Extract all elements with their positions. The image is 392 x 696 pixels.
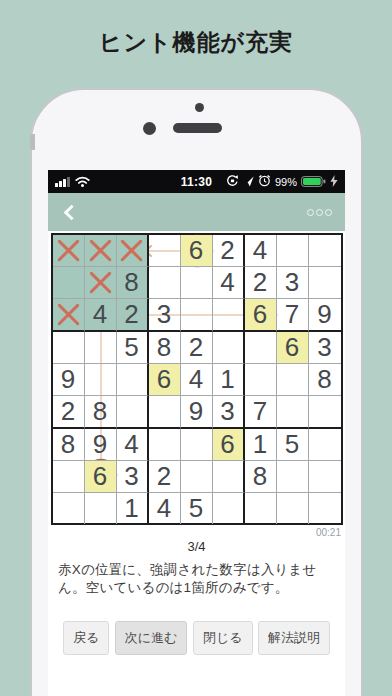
cell-r5c4[interactable]: 6 xyxy=(149,364,181,396)
solution-explanation-button[interactable]: 解法説明 xyxy=(258,621,330,655)
side-button xyxy=(30,134,35,150)
cell-digit: 9 xyxy=(317,299,331,330)
cell-r5c7[interactable] xyxy=(245,364,277,396)
cell-r8c4[interactable]: 2 xyxy=(149,461,181,493)
cell-r3c5[interactable] xyxy=(181,299,213,332)
cell-digit: 2 xyxy=(124,299,138,330)
cell-r6c4[interactable] xyxy=(149,396,181,429)
cell-r7c5[interactable] xyxy=(181,429,213,461)
cell-digit: 5 xyxy=(189,493,203,524)
cell-r6c7[interactable]: 7 xyxy=(245,396,277,429)
cell-r5c6[interactable]: 1 xyxy=(213,364,245,396)
back-button[interactable] xyxy=(64,204,80,220)
cell-r3c8[interactable]: 7 xyxy=(277,299,309,332)
cell-r8c8[interactable] xyxy=(277,461,309,493)
cell-r9c7[interactable] xyxy=(245,493,277,524)
charging-bolt-icon xyxy=(330,173,338,191)
cell-r9c3[interactable]: 1 xyxy=(117,493,149,524)
cell-r3c4[interactable]: 3 xyxy=(149,299,181,332)
cell-r3c1[interactable] xyxy=(53,299,85,332)
x-mark xyxy=(87,269,114,296)
close-button[interactable]: 閉じる xyxy=(193,621,253,655)
cell-r8c5[interactable] xyxy=(181,461,213,493)
cell-r6c6[interactable]: 3 xyxy=(213,396,245,429)
cell-digit: 6 xyxy=(157,364,171,395)
cell-r4c4[interactable]: 8 xyxy=(149,332,181,364)
cell-digit: 8 xyxy=(157,332,171,363)
cell-r3c9[interactable]: 9 xyxy=(309,299,341,332)
cell-r4c9[interactable]: 3 xyxy=(309,332,341,364)
sensor-dot xyxy=(195,103,204,112)
cell-r7c6[interactable]: 6 xyxy=(213,429,245,461)
cell-r8c7[interactable]: 8 xyxy=(245,461,277,493)
cell-r5c8[interactable] xyxy=(277,364,309,396)
cell-r6c3[interactable] xyxy=(117,396,149,429)
navbar xyxy=(48,193,345,231)
cell-digit: 9 xyxy=(189,396,203,427)
cell-digit: 3 xyxy=(220,396,234,427)
cell-digit: 3 xyxy=(317,332,331,363)
x-mark xyxy=(118,237,145,264)
cell-r8c2[interactable]: 6 xyxy=(85,461,117,493)
cell-r9c9[interactable] xyxy=(309,493,341,524)
cell-digit: 3 xyxy=(124,461,138,492)
cell-r2c1[interactable] xyxy=(53,267,85,299)
location-arrow-icon xyxy=(243,173,254,191)
cell-r4c7[interactable] xyxy=(245,332,277,364)
cell-digit: 8 xyxy=(61,429,75,460)
hint-step-counter: 3/4 xyxy=(48,539,345,554)
cell-r7c9[interactable] xyxy=(309,429,341,461)
cell-digit: 9 xyxy=(93,429,107,460)
cell-digit: 8 xyxy=(124,267,138,298)
page-title: ヒント機能が充実 xyxy=(0,0,392,58)
cell-digit: 6 xyxy=(253,299,267,330)
cell-r5c1[interactable]: 9 xyxy=(53,364,85,396)
cell-r2c8[interactable]: 3 xyxy=(277,267,309,299)
cell-digit: 8 xyxy=(93,396,107,427)
cell-r5c3[interactable] xyxy=(117,364,149,396)
status-bar: 11:30 xyxy=(48,170,345,193)
cell-r1c1[interactable] xyxy=(53,235,85,267)
cell-digit: 6 xyxy=(189,235,203,266)
cell-digit: 8 xyxy=(253,461,267,492)
cell-r1c5[interactable]: 6 xyxy=(181,235,213,267)
cell-r3c7[interactable]: 6 xyxy=(245,299,277,332)
cell-r7c4[interactable] xyxy=(149,429,181,461)
cell-digit: 1 xyxy=(253,429,267,460)
cell-digit: 3 xyxy=(157,299,171,330)
cell-r9c2[interactable] xyxy=(85,493,117,524)
cell-digit: 1 xyxy=(220,364,234,395)
cell-r4c3[interactable]: 5 xyxy=(117,332,149,364)
cell-r5c5[interactable]: 4 xyxy=(181,364,213,396)
cell-r9c5[interactable]: 5 xyxy=(181,493,213,524)
cell-r1c9[interactable] xyxy=(309,235,341,267)
cell-r7c8[interactable]: 5 xyxy=(277,429,309,461)
cell-r6c8[interactable] xyxy=(277,396,309,429)
cell-digit: 4 xyxy=(157,493,171,524)
cell-digit: 2 xyxy=(220,235,234,266)
cell-r9c1[interactable] xyxy=(53,493,85,524)
status-time: 11:30 xyxy=(181,175,213,189)
x-mark xyxy=(55,301,82,328)
cell-r1c2[interactable] xyxy=(85,235,117,267)
cell-digit: 5 xyxy=(124,332,138,363)
elapsed-timer: 00:21 xyxy=(48,525,345,538)
signal-icon xyxy=(55,177,70,187)
cell-r7c2[interactable]: 9 xyxy=(85,429,117,461)
cell-r1c7[interactable]: 4 xyxy=(245,235,277,267)
cell-r2c9[interactable] xyxy=(309,267,341,299)
sudoku-grid: 6248423423679582639641828937894615632814… xyxy=(51,233,343,525)
x-mark xyxy=(87,237,114,264)
cell-r7c1[interactable]: 8 xyxy=(53,429,85,461)
cell-r1c3[interactable] xyxy=(117,235,149,267)
cell-r6c2[interactable]: 8 xyxy=(85,396,117,429)
cell-digit: 2 xyxy=(253,267,267,298)
cell-digit: 6 xyxy=(220,429,234,460)
cell-digit: 3 xyxy=(285,267,299,298)
cell-r5c9[interactable]: 8 xyxy=(309,364,341,396)
cell-r3c3[interactable]: 2 xyxy=(117,299,149,332)
battery-icon xyxy=(301,173,326,191)
hint-buttons-row: 戻る 次に進む 閉じる 解法説明 xyxy=(48,621,345,655)
cell-digit: 9 xyxy=(61,364,75,395)
cell-r6c1[interactable]: 2 xyxy=(53,396,85,429)
rotation-lock-icon xyxy=(226,173,239,191)
cell-r2c7[interactable]: 2 xyxy=(245,267,277,299)
cell-r4c5[interactable]: 2 xyxy=(181,332,213,364)
cell-digit: 7 xyxy=(253,396,267,427)
app-screen: 11:30 xyxy=(48,170,345,696)
cell-digit: 2 xyxy=(157,461,171,492)
cell-digit: 4 xyxy=(220,267,234,298)
cell-r2c5[interactable] xyxy=(181,267,213,299)
cell-r1c6[interactable]: 2 xyxy=(213,235,245,267)
cell-r9c6[interactable] xyxy=(213,493,245,524)
cell-r6c5[interactable]: 9 xyxy=(181,396,213,429)
cell-r4c2[interactable] xyxy=(85,332,117,364)
cell-digit: 2 xyxy=(189,332,203,363)
cell-r3c6[interactable] xyxy=(213,299,245,332)
cell-digit: 4 xyxy=(189,364,203,395)
cell-r3c2[interactable]: 4 xyxy=(85,299,117,332)
earpiece-speaker xyxy=(173,123,222,133)
cell-r2c6[interactable]: 4 xyxy=(213,267,245,299)
phone-frame: 11:30 xyxy=(30,88,363,696)
cell-r4c8[interactable]: 6 xyxy=(277,332,309,364)
cell-digit: 4 xyxy=(253,235,267,266)
cell-r6c9[interactable] xyxy=(309,396,341,429)
menu-button[interactable] xyxy=(307,209,332,216)
cell-r2c3[interactable]: 8 xyxy=(117,267,149,299)
battery-percent: 99% xyxy=(275,176,297,188)
cell-digit: 4 xyxy=(93,299,107,330)
cell-digit: 5 xyxy=(285,429,299,460)
cell-r8c9[interactable] xyxy=(309,461,341,493)
cell-r4c6[interactable] xyxy=(213,332,245,364)
next-step-button[interactable]: 次に進む xyxy=(115,621,188,655)
front-camera xyxy=(143,122,156,135)
cell-digit: 2 xyxy=(61,396,75,427)
cell-r9c8[interactable] xyxy=(277,493,309,524)
hint-text: 赤Xの位置に、強調された数字は入りません。空いているのは1箇所のみです。 xyxy=(48,561,345,597)
cell-r1c4[interactable] xyxy=(149,235,181,267)
alarm-clock-icon xyxy=(258,173,271,191)
cell-digit: 1 xyxy=(124,493,138,524)
cell-digit: 7 xyxy=(285,299,299,330)
back-step-button[interactable]: 戻る xyxy=(63,621,109,655)
cell-r8c1[interactable] xyxy=(53,461,85,493)
cell-r4c1[interactable] xyxy=(53,332,85,364)
cell-r7c7[interactable]: 1 xyxy=(245,429,277,461)
wifi-icon xyxy=(75,173,90,191)
cell-r2c2[interactable] xyxy=(85,267,117,299)
cell-r2c4[interactable] xyxy=(149,267,181,299)
x-mark xyxy=(55,237,82,264)
cell-r8c6[interactable] xyxy=(213,461,245,493)
cell-r7c3[interactable]: 4 xyxy=(117,429,149,461)
cell-digit: 6 xyxy=(285,332,299,363)
cell-r8c3[interactable]: 3 xyxy=(117,461,149,493)
cell-r5c2[interactable] xyxy=(85,364,117,396)
cell-r1c8[interactable] xyxy=(277,235,309,267)
cell-digit: 4 xyxy=(124,429,138,460)
cell-r9c4[interactable]: 4 xyxy=(149,493,181,524)
cell-digit: 6 xyxy=(93,461,107,492)
cell-digit: 8 xyxy=(317,364,331,395)
